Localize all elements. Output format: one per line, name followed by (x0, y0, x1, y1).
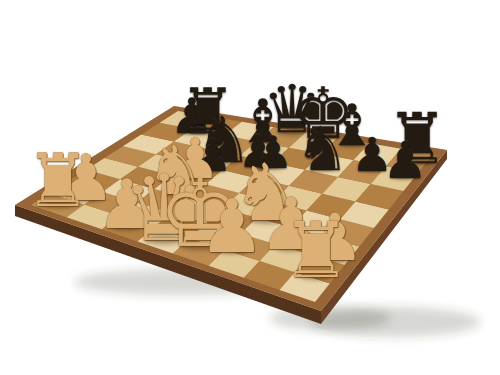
piece-black-knight-f6: ♞ (295, 118, 350, 179)
piece-black-pawn-h7: ♟ (382, 135, 428, 186)
piece-white-rook-a1: ♜ (25, 144, 90, 217)
piece-white-pawn-f2: ♟ (199, 189, 265, 263)
chess-photo-stage: ♟♜♛♚♝♝♞♜♟♟♞♟♟♟♟♞♟♜♞♟♛♚♟♟♟♜ (0, 0, 500, 375)
piece-white-rook-h1: ♜ (281, 212, 350, 289)
